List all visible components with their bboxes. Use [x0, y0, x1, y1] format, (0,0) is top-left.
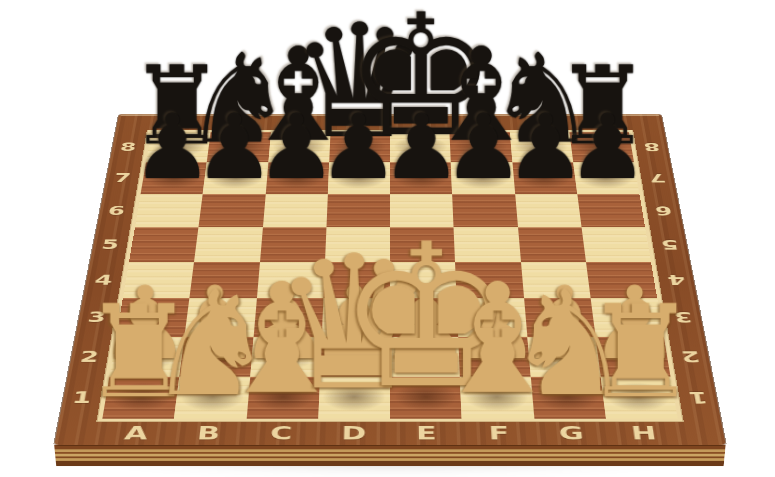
photo-canvas: ♜♞♝♛♚♝♞♜♟♟♟♟♟♟♟♟♟♟♟♟♟♟♟♟♜♞♝♛♚♝♞♜ ABCDEFG…	[0, 0, 775, 477]
file-label-g: G	[534, 422, 609, 445]
square-a5[interactable]	[129, 227, 199, 262]
square-h6[interactable]	[577, 194, 645, 227]
file-label-h: H	[606, 422, 682, 445]
rank-label-6: 6	[97, 194, 136, 227]
rank-label-7: 7	[639, 162, 677, 194]
rank-label-6: 6	[644, 194, 683, 227]
file-label-d: D	[317, 422, 390, 445]
square-b6[interactable]	[199, 194, 266, 227]
file-labels: ABCDEFGH	[98, 422, 682, 445]
file-label-c: C	[244, 422, 318, 445]
file-label-b: B	[171, 422, 246, 445]
rank-label-8: 8	[633, 132, 670, 162]
board-side-face	[54, 445, 726, 466]
file-label-f: F	[462, 422, 536, 445]
playing-field: ♜♞♝♛♚♝♞♜♟♟♟♟♟♟♟♟♟♟♟♟♟♟♟♟♜♞♝♛♚♝♞♜	[96, 130, 684, 422]
perspective-scene: ♜♞♝♛♚♝♞♜♟♟♟♟♟♟♟♟♟♟♟♟♟♟♟♟♜♞♝♛♚♝♞♜ ABCDEFG…	[90, 0, 690, 477]
square-h1[interactable]: ♜	[600, 377, 677, 419]
square-h5[interactable]	[581, 227, 651, 262]
chess-board: ♜♞♝♛♚♝♞♜♟♟♟♟♟♟♟♟♟♟♟♟♟♟♟♟♜♞♝♛♚♝♞♜ ABCDEFG…	[54, 114, 726, 445]
board-grid: ♜♞♝♛♚♝♞♜♟♟♟♟♟♟♟♟♟♟♟♟♟♟♟♟♜♞♝♛♚♝♞♜	[102, 132, 677, 419]
rank-label-5: 5	[90, 227, 130, 262]
square-g6[interactable]	[515, 194, 582, 227]
square-h7[interactable]: ♟	[573, 162, 639, 194]
square-a6[interactable]	[135, 194, 203, 227]
rank-label-5: 5	[650, 227, 690, 262]
file-label-e: E	[390, 422, 463, 445]
piece-white-rook[interactable]: ♜	[584, 288, 698, 416]
file-label-a: A	[98, 422, 174, 445]
